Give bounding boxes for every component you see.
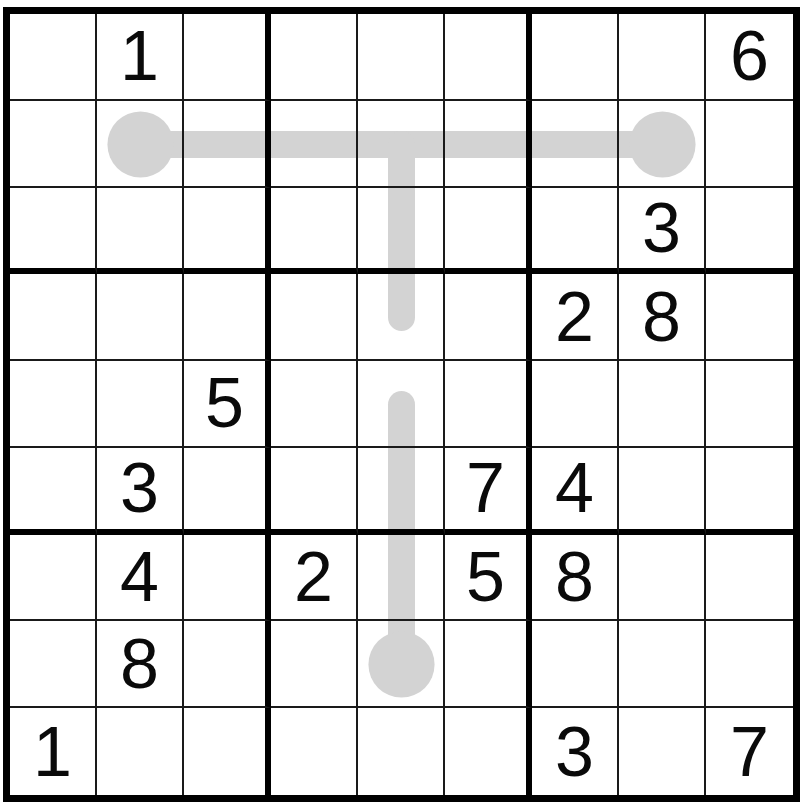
cell-r3c3[interactable]	[184, 188, 271, 275]
cell-r5c3[interactable]: 5	[184, 361, 271, 448]
given-digit: 1	[120, 21, 159, 91]
cell-r1c5[interactable]	[358, 14, 445, 101]
cell-r5c9[interactable]	[706, 361, 793, 448]
cell-r3c1[interactable]	[10, 188, 97, 275]
cell-r4c1[interactable]	[10, 274, 97, 361]
cell-r4c9[interactable]	[706, 274, 793, 361]
given-digit: 3	[555, 717, 594, 787]
cell-r9c3[interactable]	[184, 708, 271, 795]
given-digit: 5	[466, 542, 505, 612]
cell-r6c2[interactable]: 3	[97, 448, 184, 535]
given-digit: 2	[555, 282, 594, 352]
cell-r8c7[interactable]	[532, 621, 619, 708]
cell-r9c4[interactable]	[271, 708, 358, 795]
cell-r8c5[interactable]	[358, 621, 445, 708]
cell-r4c6[interactable]	[445, 274, 532, 361]
cell-r4c4[interactable]	[271, 274, 358, 361]
cell-r2c6[interactable]	[445, 101, 532, 188]
given-digit: 8	[555, 542, 594, 612]
cell-r2c2[interactable]	[97, 101, 184, 188]
cell-r1c8[interactable]	[619, 14, 706, 101]
given-digit: 8	[120, 629, 159, 699]
cell-r4c7[interactable]: 2	[532, 274, 619, 361]
cell-r5c2[interactable]	[97, 361, 184, 448]
given-digit: 4	[120, 542, 159, 612]
sudoku-grid: 16328537442588137	[10, 14, 793, 795]
cell-r9c5[interactable]	[358, 708, 445, 795]
given-digit: 5	[205, 368, 244, 438]
cell-r3c2[interactable]	[97, 188, 184, 275]
given-digit: 8	[642, 282, 681, 352]
given-digit: 6	[730, 21, 769, 91]
cell-r8c3[interactable]	[184, 621, 271, 708]
sudoku-board: 16328537442588137	[3, 7, 800, 802]
cell-r6c4[interactable]	[271, 448, 358, 535]
cell-r7c3[interactable]	[184, 535, 271, 622]
cell-r1c2[interactable]: 1	[97, 14, 184, 101]
cell-r7c8[interactable]	[619, 535, 706, 622]
cell-r5c5[interactable]	[358, 361, 445, 448]
cell-r2c5[interactable]	[358, 101, 445, 188]
cell-r6c3[interactable]	[184, 448, 271, 535]
cell-r3c5[interactable]	[358, 188, 445, 275]
cell-r3c4[interactable]	[271, 188, 358, 275]
given-digit: 7	[466, 453, 505, 523]
cell-r1c4[interactable]	[271, 14, 358, 101]
cell-r8c1[interactable]	[10, 621, 97, 708]
cell-r2c3[interactable]	[184, 101, 271, 188]
given-digit: 4	[555, 453, 594, 523]
cell-r1c6[interactable]	[445, 14, 532, 101]
cell-r5c1[interactable]	[10, 361, 97, 448]
cell-r6c1[interactable]	[10, 448, 97, 535]
cell-r9c6[interactable]	[445, 708, 532, 795]
cell-r4c3[interactable]	[184, 274, 271, 361]
cell-r7c4[interactable]: 2	[271, 535, 358, 622]
cell-r9c7[interactable]: 3	[532, 708, 619, 795]
cell-r3c8[interactable]: 3	[619, 188, 706, 275]
cell-r1c1[interactable]	[10, 14, 97, 101]
cell-r7c7[interactable]: 8	[532, 535, 619, 622]
cell-r6c6[interactable]: 7	[445, 448, 532, 535]
cell-r7c5[interactable]	[358, 535, 445, 622]
cell-r9c1[interactable]: 1	[10, 708, 97, 795]
cell-r7c9[interactable]	[706, 535, 793, 622]
cell-r2c9[interactable]	[706, 101, 793, 188]
cell-r7c2[interactable]: 4	[97, 535, 184, 622]
cell-r5c6[interactable]	[445, 361, 532, 448]
cell-r9c8[interactable]	[619, 708, 706, 795]
cell-r6c8[interactable]	[619, 448, 706, 535]
cell-r3c9[interactable]	[706, 188, 793, 275]
cell-r6c9[interactable]	[706, 448, 793, 535]
cell-r7c1[interactable]	[10, 535, 97, 622]
given-digit: 3	[642, 193, 681, 263]
cell-r7c6[interactable]: 5	[445, 535, 532, 622]
cell-r4c2[interactable]	[97, 274, 184, 361]
cell-r2c4[interactable]	[271, 101, 358, 188]
cell-r8c2[interactable]: 8	[97, 621, 184, 708]
cell-r8c8[interactable]	[619, 621, 706, 708]
cell-r1c9[interactable]: 6	[706, 14, 793, 101]
cell-r8c4[interactable]	[271, 621, 358, 708]
cell-r3c7[interactable]	[532, 188, 619, 275]
cell-r5c4[interactable]	[271, 361, 358, 448]
given-digit: 7	[730, 717, 769, 787]
cell-r8c6[interactable]	[445, 621, 532, 708]
cell-r5c7[interactable]	[532, 361, 619, 448]
cell-r2c7[interactable]	[532, 101, 619, 188]
cell-r3c6[interactable]	[445, 188, 532, 275]
cell-r1c7[interactable]	[532, 14, 619, 101]
cell-r6c7[interactable]: 4	[532, 448, 619, 535]
cell-r5c8[interactable]	[619, 361, 706, 448]
cell-r1c3[interactable]	[184, 14, 271, 101]
given-digit: 3	[120, 453, 159, 523]
cell-r2c1[interactable]	[10, 101, 97, 188]
cell-r6c5[interactable]	[358, 448, 445, 535]
cell-r2c8[interactable]	[619, 101, 706, 188]
cell-r8c9[interactable]	[706, 621, 793, 708]
given-digit: 1	[33, 717, 72, 787]
cell-r4c5[interactable]	[358, 274, 445, 361]
cell-r9c9[interactable]: 7	[706, 708, 793, 795]
cell-r9c2[interactable]	[97, 708, 184, 795]
given-digit: 2	[294, 542, 333, 612]
cell-r4c8[interactable]: 8	[619, 274, 706, 361]
